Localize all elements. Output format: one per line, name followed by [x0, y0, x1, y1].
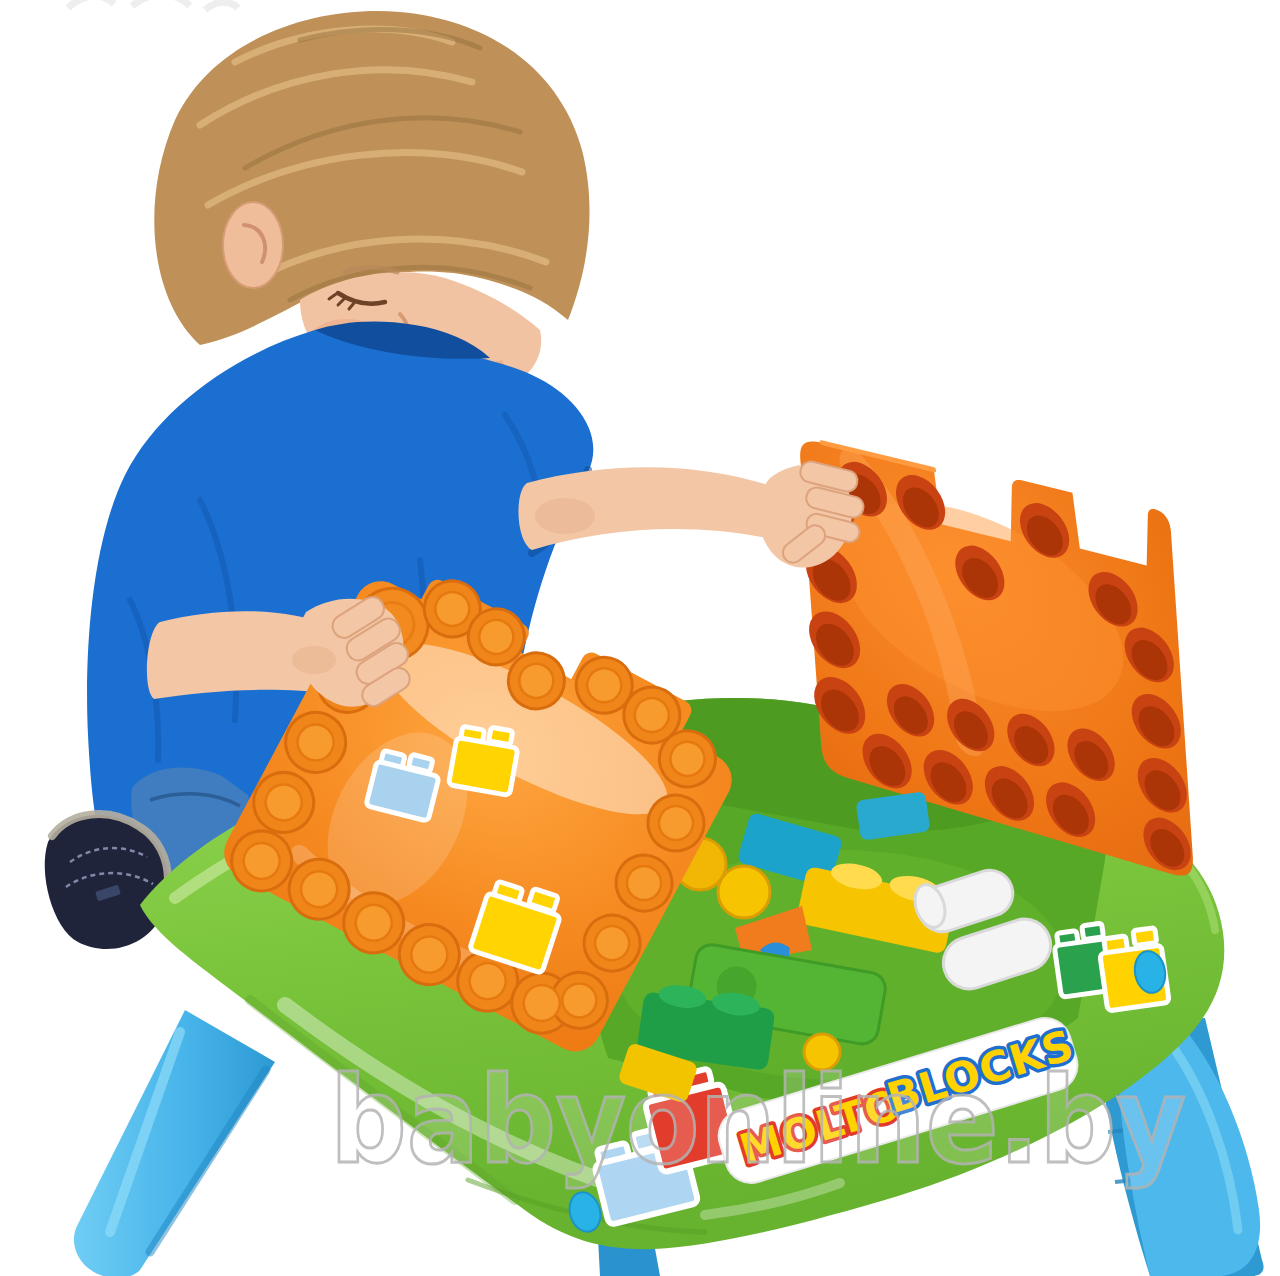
- lid-sticker-yellow-1: [448, 722, 520, 796]
- child-ear: [223, 202, 283, 288]
- right-wrist-shade: [292, 646, 336, 674]
- block-yellow-cylinder-2: [718, 866, 770, 918]
- photo-stage: MOLTO BLOCKS: [0, 0, 1280, 1276]
- watermark-text: babyonline.by: [330, 1051, 1186, 1190]
- left-elbow-shade: [535, 498, 595, 534]
- product-photo: MOLTO BLOCKS: [0, 0, 1280, 1276]
